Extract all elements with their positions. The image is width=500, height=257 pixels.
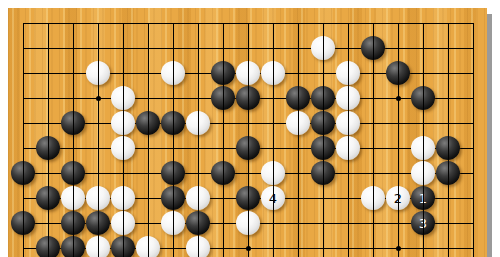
intersection-c18-r1[interactable] bbox=[436, 11, 461, 36]
intersection-c9-r1[interactable] bbox=[211, 11, 236, 36]
intersection-c18-r5[interactable] bbox=[436, 111, 461, 136]
intersection-c5-r3[interactable] bbox=[111, 61, 136, 86]
intersection-c7-r2[interactable] bbox=[161, 36, 186, 61]
white-stone bbox=[161, 61, 185, 85]
move-number-label: 3 bbox=[419, 217, 427, 230]
intersection-c3-r5[interactable] bbox=[61, 111, 86, 136]
board-edge-shadow bbox=[487, 14, 492, 257]
intersection-c4-r3[interactable] bbox=[86, 61, 111, 86]
intersection-c15-r7[interactable] bbox=[361, 161, 386, 186]
black-stone bbox=[286, 86, 310, 110]
white-stone bbox=[411, 161, 435, 185]
intersection-c6-r3[interactable] bbox=[136, 61, 161, 86]
intersection-c8-r10[interactable] bbox=[186, 236, 211, 257]
intersection-c5-r8[interactable] bbox=[111, 186, 136, 211]
intersection-c13-r9[interactable] bbox=[311, 211, 336, 236]
intersection-c2-r1[interactable] bbox=[36, 11, 61, 36]
white-stone bbox=[86, 236, 110, 257]
black-stone bbox=[186, 211, 210, 235]
white-stone: 4 bbox=[261, 186, 285, 210]
intersection-c19-r10[interactable] bbox=[461, 236, 486, 257]
intersection-c16-r10[interactable] bbox=[386, 236, 411, 257]
intersection-c16-r5[interactable] bbox=[386, 111, 411, 136]
intersection-c12-r8[interactable] bbox=[286, 186, 311, 211]
white-stone bbox=[336, 136, 360, 160]
move-number-label: 2 bbox=[394, 192, 402, 205]
intersection-c2-r8[interactable] bbox=[36, 186, 61, 211]
intersection-c19-r6[interactable] bbox=[461, 136, 486, 161]
intersection-c17-r6[interactable] bbox=[411, 136, 436, 161]
intersection-c16-r6[interactable] bbox=[386, 136, 411, 161]
intersection-c15-r4[interactable] bbox=[361, 86, 386, 111]
intersection-c16-r4[interactable] bbox=[386, 86, 411, 111]
intersection-c1-r3[interactable] bbox=[11, 61, 36, 86]
intersection-c18-r9[interactable] bbox=[436, 211, 461, 236]
intersection-c11-r2[interactable] bbox=[261, 36, 286, 61]
intersection-c12-r6[interactable] bbox=[286, 136, 311, 161]
intersection-c4-r4[interactable] bbox=[86, 86, 111, 111]
black-stone bbox=[236, 86, 260, 110]
intersection-c8-r9[interactable] bbox=[186, 211, 211, 236]
intersection-c9-r3[interactable] bbox=[211, 61, 236, 86]
black-stone bbox=[161, 186, 185, 210]
intersection-c10-r3[interactable] bbox=[236, 61, 261, 86]
intersection-c5-r9[interactable] bbox=[111, 211, 136, 236]
intersection-c10-r9[interactable] bbox=[236, 211, 261, 236]
intersection-c9-r2[interactable] bbox=[211, 36, 236, 61]
intersection-c17-r8[interactable]: 1 bbox=[411, 186, 436, 211]
intersection-c8-r2[interactable] bbox=[186, 36, 211, 61]
intersection-c8-r3[interactable] bbox=[186, 61, 211, 86]
intersection-c4-r5[interactable] bbox=[86, 111, 111, 136]
black-stone bbox=[311, 161, 335, 185]
intersection-c8-r4[interactable] bbox=[186, 86, 211, 111]
intersection-c2-r2[interactable] bbox=[36, 36, 61, 61]
intersection-c11-r1[interactable] bbox=[261, 11, 286, 36]
white-stone bbox=[86, 186, 110, 210]
star-point bbox=[96, 96, 101, 101]
go-game-screenshot: 4213 bbox=[0, 0, 500, 257]
intersection-c7-r6[interactable] bbox=[161, 136, 186, 161]
intersection-c17-r7[interactable] bbox=[411, 161, 436, 186]
star-point bbox=[246, 246, 251, 251]
intersection-c3-r3[interactable] bbox=[61, 61, 86, 86]
intersection-c18-r7[interactable] bbox=[436, 161, 461, 186]
intersection-c17-r5[interactable] bbox=[411, 111, 436, 136]
intersection-c13-r10[interactable] bbox=[311, 236, 336, 257]
black-stone bbox=[236, 136, 260, 160]
intersection-c10-r10[interactable] bbox=[236, 236, 261, 257]
white-stone bbox=[411, 136, 435, 160]
intersection-c16-r7[interactable] bbox=[386, 161, 411, 186]
intersection-c14-r8[interactable] bbox=[336, 186, 361, 211]
black-stone bbox=[211, 86, 235, 110]
intersection-c6-r6[interactable] bbox=[136, 136, 161, 161]
white-stone bbox=[111, 186, 135, 210]
white-stone bbox=[61, 186, 85, 210]
intersection-c7-r4[interactable] bbox=[161, 86, 186, 111]
intersection-c1-r5[interactable] bbox=[11, 111, 36, 136]
intersection-c8-r6[interactable] bbox=[186, 136, 211, 161]
intersection-c17-r1[interactable] bbox=[411, 11, 436, 36]
intersection-c15-r5[interactable] bbox=[361, 111, 386, 136]
intersection-c14-r2[interactable] bbox=[336, 36, 361, 61]
white-stone bbox=[111, 86, 135, 110]
intersection-c16-r2[interactable] bbox=[386, 36, 411, 61]
intersection-c10-r8[interactable] bbox=[236, 186, 261, 211]
intersection-c13-r2[interactable] bbox=[311, 36, 336, 61]
intersection-c8-r8[interactable] bbox=[186, 186, 211, 211]
white-stone bbox=[236, 211, 260, 235]
intersection-c7-r10[interactable] bbox=[161, 236, 186, 257]
white-stone bbox=[86, 61, 110, 85]
intersection-c3-r9[interactable] bbox=[61, 211, 86, 236]
intersection-c6-r4[interactable] bbox=[136, 86, 161, 111]
intersection-c7-r7[interactable] bbox=[161, 161, 186, 186]
intersection-c14-r5[interactable] bbox=[336, 111, 361, 136]
intersection-c5-r4[interactable] bbox=[111, 86, 136, 111]
intersection-c2-r4[interactable] bbox=[36, 86, 61, 111]
intersection-c12-r10[interactable] bbox=[286, 236, 311, 257]
intersection-c7-r8[interactable] bbox=[161, 186, 186, 211]
intersection-c3-r4[interactable] bbox=[61, 86, 86, 111]
intersection-c17-r3[interactable] bbox=[411, 61, 436, 86]
intersection-c3-r8[interactable] bbox=[61, 186, 86, 211]
white-stone bbox=[336, 111, 360, 135]
intersection-c2-r7[interactable] bbox=[36, 161, 61, 186]
intersection-c6-r10[interactable] bbox=[136, 236, 161, 257]
intersection-c11-r10[interactable] bbox=[261, 236, 286, 257]
intersection-c1-r8[interactable] bbox=[11, 186, 36, 211]
intersection-c16-r3[interactable] bbox=[386, 61, 411, 86]
intersection-c9-r7[interactable] bbox=[211, 161, 236, 186]
board-grid[interactable]: 4213 bbox=[11, 11, 486, 257]
intersection-c8-r1[interactable] bbox=[186, 11, 211, 36]
intersection-c14-r7[interactable] bbox=[336, 161, 361, 186]
intersection-c3-r1[interactable] bbox=[61, 11, 86, 36]
white-stone bbox=[236, 61, 260, 85]
intersection-c7-r3[interactable] bbox=[161, 61, 186, 86]
intersection-c19-r5[interactable] bbox=[461, 111, 486, 136]
intersection-c12-r5[interactable] bbox=[286, 111, 311, 136]
intersection-c17-r4[interactable] bbox=[411, 86, 436, 111]
star-point bbox=[396, 246, 401, 251]
black-stone bbox=[86, 211, 110, 235]
intersection-c2-r9[interactable] bbox=[36, 211, 61, 236]
intersection-c8-r5[interactable] bbox=[186, 111, 211, 136]
intersection-c7-r5[interactable] bbox=[161, 111, 186, 136]
intersection-c13-r8[interactable] bbox=[311, 186, 336, 211]
intersection-c15-r2[interactable] bbox=[361, 36, 386, 61]
intersection-c1-r1[interactable] bbox=[11, 11, 36, 36]
black-stone bbox=[111, 236, 135, 257]
intersection-c19-r9[interactable] bbox=[461, 211, 486, 236]
intersection-c14-r4[interactable] bbox=[336, 86, 361, 111]
white-stone bbox=[136, 236, 160, 257]
intersection-c4-r6[interactable] bbox=[86, 136, 111, 161]
intersection-c11-r6[interactable] bbox=[261, 136, 286, 161]
intersection-c11-r4[interactable] bbox=[261, 86, 286, 111]
intersection-c4-r8[interactable] bbox=[86, 186, 111, 211]
black-stone bbox=[61, 161, 85, 185]
white-stone bbox=[161, 211, 185, 235]
intersection-c9-r8[interactable] bbox=[211, 186, 236, 211]
black-stone bbox=[311, 86, 335, 110]
intersection-c19-r3[interactable] bbox=[461, 61, 486, 86]
intersection-c13-r6[interactable] bbox=[311, 136, 336, 161]
intersection-c2-r5[interactable] bbox=[36, 111, 61, 136]
intersection-c6-r7[interactable] bbox=[136, 161, 161, 186]
intersection-c14-r6[interactable] bbox=[336, 136, 361, 161]
intersection-c17-r2[interactable] bbox=[411, 36, 436, 61]
intersection-c7-r1[interactable] bbox=[161, 11, 186, 36]
intersection-c11-r7[interactable] bbox=[261, 161, 286, 186]
intersection-c14-r1[interactable] bbox=[336, 11, 361, 36]
intersection-c1-r10[interactable] bbox=[11, 236, 36, 257]
intersection-c1-r6[interactable] bbox=[11, 136, 36, 161]
star-point bbox=[396, 96, 401, 101]
intersection-c18-r2[interactable] bbox=[436, 36, 461, 61]
white-stone bbox=[336, 61, 360, 85]
black-stone bbox=[11, 211, 35, 235]
intersection-c9-r6[interactable] bbox=[211, 136, 236, 161]
intersection-c18-r10[interactable] bbox=[436, 236, 461, 257]
intersection-c5-r6[interactable] bbox=[111, 136, 136, 161]
intersection-c13-r5[interactable] bbox=[311, 111, 336, 136]
intersection-c6-r1[interactable] bbox=[136, 11, 161, 36]
black-stone bbox=[36, 236, 60, 257]
intersection-c4-r7[interactable] bbox=[86, 161, 111, 186]
white-stone: 2 bbox=[386, 186, 410, 210]
white-stone bbox=[186, 236, 210, 257]
intersection-c13-r4[interactable] bbox=[311, 86, 336, 111]
intersection-c5-r1[interactable] bbox=[111, 11, 136, 36]
intersection-c3-r10[interactable] bbox=[61, 236, 86, 257]
intersection-c10-r7[interactable] bbox=[236, 161, 261, 186]
move-number-label: 4 bbox=[269, 192, 277, 205]
black-stone bbox=[161, 161, 185, 185]
intersection-c4-r9[interactable] bbox=[86, 211, 111, 236]
white-stone bbox=[336, 86, 360, 110]
intersection-c3-r7[interactable] bbox=[61, 161, 86, 186]
intersection-c5-r5[interactable] bbox=[111, 111, 136, 136]
intersection-c2-r6[interactable] bbox=[36, 136, 61, 161]
intersection-c19-r7[interactable] bbox=[461, 161, 486, 186]
black-stone bbox=[311, 111, 335, 135]
intersection-c6-r9[interactable] bbox=[136, 211, 161, 236]
intersection-c17-r10[interactable] bbox=[411, 236, 436, 257]
intersection-c16-r9[interactable] bbox=[386, 211, 411, 236]
intersection-c16-r1[interactable] bbox=[386, 11, 411, 36]
intersection-c4-r10[interactable] bbox=[86, 236, 111, 257]
move-number-label: 1 bbox=[419, 192, 427, 205]
intersection-c6-r2[interactable] bbox=[136, 36, 161, 61]
intersection-c17-r9[interactable]: 3 bbox=[411, 211, 436, 236]
intersection-c7-r9[interactable] bbox=[161, 211, 186, 236]
intersection-c5-r7[interactable] bbox=[111, 161, 136, 186]
white-stone bbox=[311, 36, 335, 60]
black-stone bbox=[411, 86, 435, 110]
intersection-c1-r4[interactable] bbox=[11, 86, 36, 111]
black-stone: 3 bbox=[411, 211, 435, 235]
intersection-c12-r7[interactable] bbox=[286, 161, 311, 186]
intersection-c14-r10[interactable] bbox=[336, 236, 361, 257]
intersection-c10-r2[interactable] bbox=[236, 36, 261, 61]
intersection-c10-r5[interactable] bbox=[236, 111, 261, 136]
intersection-c6-r5[interactable] bbox=[136, 111, 161, 136]
black-stone bbox=[211, 61, 235, 85]
black-stone bbox=[361, 36, 385, 60]
white-stone bbox=[186, 186, 210, 210]
intersection-c15-r1[interactable] bbox=[361, 11, 386, 36]
intersection-c13-r1[interactable] bbox=[311, 11, 336, 36]
intersection-c18-r4[interactable] bbox=[436, 86, 461, 111]
black-stone bbox=[61, 211, 85, 235]
intersection-c11-r3[interactable] bbox=[261, 61, 286, 86]
intersection-c15-r3[interactable] bbox=[361, 61, 386, 86]
white-stone bbox=[286, 111, 310, 135]
white-stone bbox=[111, 136, 135, 160]
black-stone bbox=[36, 136, 60, 160]
intersection-c12-r9[interactable] bbox=[286, 211, 311, 236]
black-stone bbox=[36, 186, 60, 210]
intersection-c9-r10[interactable] bbox=[211, 236, 236, 257]
intersection-c4-r2[interactable] bbox=[86, 36, 111, 61]
white-stone bbox=[111, 111, 135, 135]
intersection-c16-r8[interactable]: 2 bbox=[386, 186, 411, 211]
intersection-c15-r10[interactable] bbox=[361, 236, 386, 257]
intersection-c13-r7[interactable] bbox=[311, 161, 336, 186]
intersection-c11-r5[interactable] bbox=[261, 111, 286, 136]
intersection-c10-r6[interactable] bbox=[236, 136, 261, 161]
intersection-c8-r7[interactable] bbox=[186, 161, 211, 186]
intersection-c3-r2[interactable] bbox=[61, 36, 86, 61]
intersection-c1-r9[interactable] bbox=[11, 211, 36, 236]
intersection-c12-r4[interactable] bbox=[286, 86, 311, 111]
black-stone bbox=[311, 136, 335, 160]
black-stone bbox=[61, 111, 85, 135]
intersection-c13-r3[interactable] bbox=[311, 61, 336, 86]
intersection-c14-r3[interactable] bbox=[336, 61, 361, 86]
intersection-c9-r4[interactable] bbox=[211, 86, 236, 111]
black-stone: 1 bbox=[411, 186, 435, 210]
intersection-c11-r8[interactable]: 4 bbox=[261, 186, 286, 211]
black-stone bbox=[61, 236, 85, 257]
black-stone bbox=[436, 161, 460, 185]
white-stone bbox=[111, 211, 135, 235]
intersection-c5-r10[interactable] bbox=[111, 236, 136, 257]
intersection-c19-r2[interactable] bbox=[461, 36, 486, 61]
intersection-c12-r3[interactable] bbox=[286, 61, 311, 86]
intersection-c12-r2[interactable] bbox=[286, 36, 311, 61]
intersection-c12-r1[interactable] bbox=[286, 11, 311, 36]
white-stone bbox=[261, 61, 285, 85]
intersection-c2-r10[interactable] bbox=[36, 236, 61, 257]
black-stone bbox=[161, 111, 185, 135]
intersection-c1-r7[interactable] bbox=[11, 161, 36, 186]
black-stone bbox=[386, 61, 410, 85]
intersection-c6-r8[interactable] bbox=[136, 186, 161, 211]
black-stone bbox=[136, 111, 160, 135]
intersection-c19-r1[interactable] bbox=[461, 11, 486, 36]
intersection-c18-r8[interactable] bbox=[436, 186, 461, 211]
white-stone bbox=[361, 186, 385, 210]
intersection-c9-r5[interactable] bbox=[211, 111, 236, 136]
black-stone bbox=[236, 186, 260, 210]
intersection-c9-r9[interactable] bbox=[211, 211, 236, 236]
intersection-c2-r3[interactable] bbox=[36, 61, 61, 86]
black-stone bbox=[436, 136, 460, 160]
intersection-c15-r9[interactable] bbox=[361, 211, 386, 236]
intersection-c15-r8[interactable] bbox=[361, 186, 386, 211]
intersection-c4-r1[interactable] bbox=[86, 11, 111, 36]
intersection-c19-r8[interactable] bbox=[461, 186, 486, 211]
intersection-c14-r9[interactable] bbox=[336, 211, 361, 236]
intersection-c18-r6[interactable] bbox=[436, 136, 461, 161]
intersection-c3-r6[interactable] bbox=[61, 136, 86, 161]
intersection-c1-r2[interactable] bbox=[11, 36, 36, 61]
black-stone bbox=[11, 161, 35, 185]
intersection-c11-r9[interactable] bbox=[261, 211, 286, 236]
intersection-c19-r4[interactable] bbox=[461, 86, 486, 111]
white-stone bbox=[186, 111, 210, 135]
intersection-c15-r6[interactable] bbox=[361, 136, 386, 161]
intersection-c18-r3[interactable] bbox=[436, 61, 461, 86]
white-stone bbox=[261, 161, 285, 185]
black-stone bbox=[211, 161, 235, 185]
intersection-c10-r4[interactable] bbox=[236, 86, 261, 111]
intersection-c10-r1[interactable] bbox=[236, 11, 261, 36]
intersection-c5-r2[interactable] bbox=[111, 36, 136, 61]
